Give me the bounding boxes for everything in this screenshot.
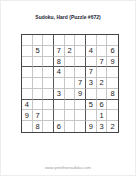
cell-r8c4[interactable] <box>54 110 65 121</box>
cell-r4c3[interactable] <box>43 67 54 78</box>
cell-r4c5[interactable] <box>65 67 76 78</box>
cell-r3c9[interactable]: 9 <box>107 57 118 68</box>
cell-r5c4[interactable] <box>54 78 65 89</box>
cell-r1c9[interactable] <box>107 35 118 46</box>
cell-r8c8[interactable]: 1 <box>97 110 108 121</box>
cell-r1c6[interactable] <box>75 35 86 46</box>
cell-r9c9[interactable]: 2 <box>107 121 118 132</box>
cell-r1c1[interactable] <box>22 35 33 46</box>
cell-r6c1[interactable] <box>22 89 33 100</box>
cell-r7c9[interactable] <box>107 100 118 111</box>
cell-r5c9[interactable] <box>107 78 118 89</box>
cell-r4c4[interactable]: 4 <box>54 67 65 78</box>
cell-r5c6[interactable]: 7 <box>75 78 86 89</box>
cell-r8c2[interactable]: 7 <box>33 110 44 121</box>
cell-r2c4[interactable]: 7 <box>54 46 65 57</box>
cell-r6c4[interactable]: 3 <box>54 89 65 100</box>
cell-r7c6[interactable] <box>75 100 86 111</box>
cell-r6c8[interactable] <box>97 89 108 100</box>
cell-r9c1[interactable] <box>22 121 33 132</box>
cell-r7c1[interactable]: 4 <box>22 100 33 111</box>
cell-r5c1[interactable] <box>22 78 33 89</box>
cell-r2c3[interactable] <box>43 46 54 57</box>
cell-r9c5[interactable] <box>65 121 76 132</box>
cell-r2c9[interactable]: 6 <box>107 46 118 57</box>
cell-r3c6[interactable] <box>75 57 86 68</box>
cell-r3c8[interactable]: 7 <box>97 57 108 68</box>
cell-r7c3[interactable] <box>43 100 54 111</box>
sudoku-board: 572468794773239845697186932 <box>21 34 119 133</box>
cell-r1c3[interactable] <box>43 35 54 46</box>
cell-r4c2[interactable] <box>33 67 44 78</box>
cell-r1c7[interactable] <box>86 35 97 46</box>
cell-r4c7[interactable]: 7 <box>86 67 97 78</box>
cell-r1c5[interactable] <box>65 35 76 46</box>
cell-r5c5[interactable] <box>65 78 76 89</box>
cell-r8c6[interactable] <box>75 110 86 121</box>
cell-r3c7[interactable] <box>86 57 97 68</box>
cell-r6c7[interactable] <box>86 89 97 100</box>
cell-r7c8[interactable]: 6 <box>97 100 108 111</box>
cell-r6c9[interactable]: 8 <box>107 89 118 100</box>
sudoku-page: Sudoku, Hard (Puzzle #672) 5724687947732… <box>0 0 136 176</box>
cell-r1c2[interactable] <box>33 35 44 46</box>
cell-r9c3[interactable] <box>43 121 54 132</box>
cell-r3c2[interactable] <box>33 57 44 68</box>
cell-r3c4[interactable]: 8 <box>54 57 65 68</box>
cell-r9c6[interactable] <box>75 121 86 132</box>
cell-r8c1[interactable]: 9 <box>22 110 33 121</box>
cell-r2c6[interactable] <box>75 46 86 57</box>
cell-r3c5[interactable] <box>65 57 76 68</box>
cell-r4c9[interactable] <box>107 67 118 78</box>
cell-r7c7[interactable]: 5 <box>86 100 97 111</box>
page-title: Sudoku, Hard (Puzzle #672) <box>1 14 135 20</box>
cell-r9c7[interactable]: 9 <box>86 121 97 132</box>
cell-r2c5[interactable]: 2 <box>65 46 76 57</box>
cell-r6c3[interactable] <box>43 89 54 100</box>
cell-r9c8[interactable]: 3 <box>97 121 108 132</box>
cell-r5c8[interactable]: 2 <box>97 78 108 89</box>
footer-url: www.printfreesudoku.com <box>1 165 135 170</box>
cell-r5c7[interactable]: 3 <box>86 78 97 89</box>
cell-r8c9[interactable] <box>107 110 118 121</box>
cell-r4c8[interactable] <box>97 67 108 78</box>
cell-r9c4[interactable]: 6 <box>54 121 65 132</box>
cell-r7c2[interactable] <box>33 100 44 111</box>
cell-r2c7[interactable]: 4 <box>86 46 97 57</box>
cell-r2c1[interactable] <box>22 46 33 57</box>
cell-r6c2[interactable] <box>33 89 44 100</box>
cell-r7c5[interactable] <box>65 100 76 111</box>
cell-r3c1[interactable] <box>22 57 33 68</box>
cell-r8c7[interactable] <box>86 110 97 121</box>
cell-r9c2[interactable]: 8 <box>33 121 44 132</box>
cell-r5c2[interactable] <box>33 78 44 89</box>
cell-r5c3[interactable] <box>43 78 54 89</box>
cell-r8c5[interactable] <box>65 110 76 121</box>
cell-r6c6[interactable]: 9 <box>75 89 86 100</box>
cell-r2c8[interactable] <box>97 46 108 57</box>
cell-r3c3[interactable] <box>43 57 54 68</box>
cell-r2c2[interactable]: 5 <box>33 46 44 57</box>
cell-r4c6[interactable] <box>75 67 86 78</box>
cell-r1c8[interactable] <box>97 35 108 46</box>
cell-r8c3[interactable] <box>43 110 54 121</box>
cell-r6c5[interactable] <box>65 89 76 100</box>
cell-r4c1[interactable] <box>22 67 33 78</box>
cell-r1c4[interactable] <box>54 35 65 46</box>
cell-r7c4[interactable] <box>54 100 65 111</box>
